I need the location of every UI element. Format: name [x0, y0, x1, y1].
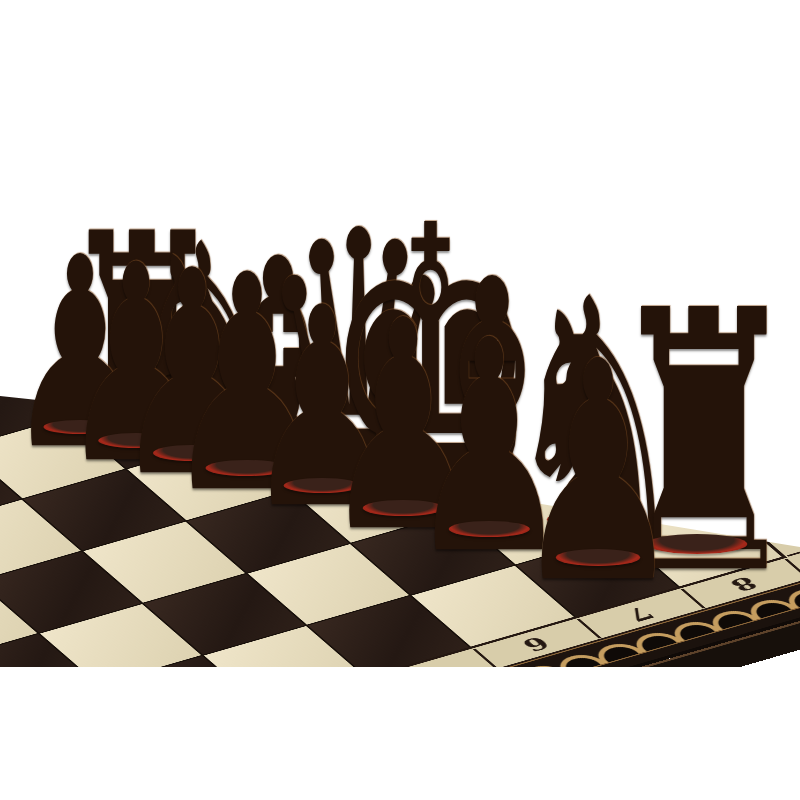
- pieces-layer: ♜♞♝♛♚♝♞♜♟♟♟♟♟♟♟♟: [0, 0, 800, 800]
- felt-base-ring-h7: [556, 549, 640, 566]
- chess-set-product-photo: 12345678ABCDEFGH ♜♞♝♛♚♝♞♜♟♟♟♟♟♟♟♟: [0, 0, 800, 800]
- dark-pawn-glyph: ♟: [505, 322, 691, 625]
- piece-dark-pawn-h7: ♟: [505, 322, 691, 625]
